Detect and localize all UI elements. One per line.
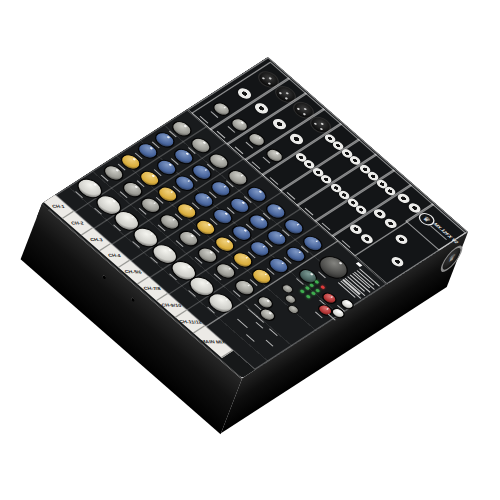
channel-label-text: CH-5/6 xyxy=(124,269,143,275)
meter-led xyxy=(320,285,326,289)
meter-led xyxy=(305,286,311,290)
meter-led xyxy=(311,291,317,295)
screw-icon xyxy=(102,274,105,279)
line-input-jack-ch3 xyxy=(270,117,289,131)
meter-led xyxy=(315,288,321,292)
panel-print-line xyxy=(237,319,248,328)
channel-label-text: CH-3 xyxy=(89,237,103,242)
panel-print-line xyxy=(266,340,274,347)
photo-background: ♛ ♛ MX.12FX V2 xyxy=(0,0,500,500)
screw-icon xyxy=(131,297,134,302)
phantom-power-button xyxy=(285,303,302,316)
channel-label-text: CH-1 xyxy=(51,204,65,209)
fx-display-icon xyxy=(356,262,362,267)
panel-print-line xyxy=(248,309,258,317)
phones-jack xyxy=(393,233,410,246)
meter-led xyxy=(300,289,306,293)
channel-label-text: CH-9/10 xyxy=(160,302,181,308)
line-input-jack-ch1 xyxy=(235,86,254,100)
line-input-jack-ch2 xyxy=(253,101,272,115)
crown-icon: ♛ xyxy=(446,252,456,265)
panel-print-line xyxy=(269,328,278,336)
meter-led xyxy=(314,280,320,284)
output-jack xyxy=(382,217,399,230)
panel-print-line xyxy=(246,334,255,342)
channel-label-text: CH-11/12 xyxy=(178,319,202,325)
meter-led xyxy=(309,283,315,287)
footswitch-jack xyxy=(389,255,406,268)
channel-label-text: CH-4 xyxy=(108,253,122,258)
channel-label-text: CH-2 xyxy=(70,220,84,225)
channel-label-text: MAIN MIX xyxy=(200,339,226,345)
channel-label-text: CH-7/8 xyxy=(143,286,162,292)
panel-print-line xyxy=(256,322,264,329)
output-jack xyxy=(358,232,375,245)
meter-led xyxy=(306,294,312,298)
line-input-jack-ch4 xyxy=(288,132,307,146)
model-text: MX.12FX V2 xyxy=(433,222,460,245)
